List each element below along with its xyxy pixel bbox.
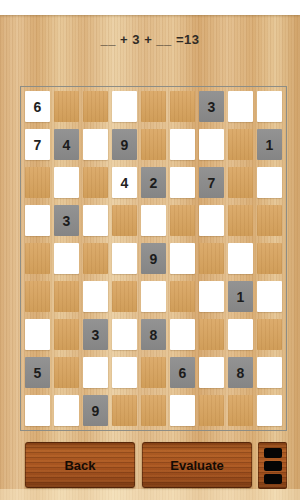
cell-r4c1[interactable] [25,205,50,236]
cell-r9c5 [141,395,166,426]
cell-r5c1 [25,243,50,274]
menu-button[interactable] [258,442,287,489]
cell-r3c1 [25,167,50,198]
cell-r1c5 [141,91,166,122]
cell-r1c3 [83,91,108,122]
cell-r9c7 [199,395,224,426]
cell-r2c8 [228,129,253,160]
cell-r3c7[interactable]: 7 [199,167,224,198]
evaluate-button[interactable]: Evaluate [142,442,252,488]
cell-r1c7[interactable]: 3 [199,91,224,122]
cell-r8c3[interactable] [83,357,108,388]
cell-r6c4 [112,281,137,312]
cell-r2c7[interactable] [199,129,224,160]
cell-r7c1[interactable] [25,319,50,350]
cell-r9c9[interactable] [257,395,282,426]
cell-r4c8 [228,205,253,236]
cell-r7c3[interactable]: 3 [83,319,108,350]
cell-r6c2 [54,281,79,312]
cell-r3c4[interactable]: 4 [112,167,137,198]
cell-r6c7[interactable] [199,281,224,312]
cell-r3c2[interactable] [54,167,79,198]
cell-r3c6[interactable] [170,167,195,198]
cell-r3c3 [83,167,108,198]
board: 637491427391385689 [20,86,287,431]
cell-r7c7 [199,319,224,350]
cell-r9c6[interactable] [170,395,195,426]
bottom-edge-highlight [0,489,300,500]
cell-r3c5[interactable]: 2 [141,167,166,198]
cell-r1c8[interactable] [228,91,253,122]
cell-r9c3[interactable]: 9 [83,395,108,426]
cell-r6c8[interactable]: 1 [228,281,253,312]
cell-r5c6[interactable] [170,243,195,274]
cell-r2c4[interactable]: 9 [112,129,137,160]
cell-r4c9 [257,205,282,236]
cell-r8c5 [141,357,166,388]
cell-r1c2 [54,91,79,122]
cell-r6c6 [170,281,195,312]
cell-r6c1 [25,281,50,312]
cell-r5c9 [257,243,282,274]
cell-r2c1[interactable]: 7 [25,129,50,160]
cell-r7c2 [54,319,79,350]
cell-r8c7[interactable] [199,357,224,388]
menu-icon [264,448,282,458]
equation-text: __ + 3 + __ =13 [0,30,300,50]
cell-r4c2[interactable]: 3 [54,205,79,236]
cell-r5c4[interactable] [112,243,137,274]
cell-r6c5[interactable] [141,281,166,312]
cell-r4c3[interactable] [83,205,108,236]
cell-r8c1[interactable]: 5 [25,357,50,388]
cell-r2c5 [141,129,166,160]
cell-r9c4 [112,395,137,426]
cell-r2c6[interactable] [170,129,195,160]
cell-r1c4[interactable] [112,91,137,122]
cell-r6c9[interactable] [257,281,282,312]
cell-r8c6[interactable]: 6 [170,357,195,388]
cell-r5c3 [83,243,108,274]
cell-r9c2[interactable] [54,395,79,426]
cell-r4c7[interactable] [199,205,224,236]
cell-r3c9[interactable] [257,167,282,198]
cell-r8c8[interactable]: 8 [228,357,253,388]
cell-r5c7 [199,243,224,274]
cell-r1c9[interactable] [257,91,282,122]
menu-icon [264,461,282,471]
cell-r1c6 [170,91,195,122]
cell-r7c6[interactable] [170,319,195,350]
cell-r2c9[interactable]: 1 [257,129,282,160]
status-bar-area [0,0,300,15]
cell-r5c2[interactable] [54,243,79,274]
cell-r8c4[interactable] [112,357,137,388]
cell-r8c2 [54,357,79,388]
cell-r2c3[interactable] [83,129,108,160]
cell-r4c6 [170,205,195,236]
cell-r6c3[interactable] [83,281,108,312]
cell-r5c8[interactable] [228,243,253,274]
cell-r7c8[interactable] [228,319,253,350]
cell-r7c5[interactable]: 8 [141,319,166,350]
cell-r9c1[interactable] [25,395,50,426]
app-screen: __ + 3 + __ =13 637491427391385689 Back … [0,0,300,500]
cell-r1c1[interactable]: 6 [25,91,50,122]
cell-r8c9[interactable] [257,357,282,388]
cell-r4c5[interactable] [141,205,166,236]
cell-r7c9 [257,319,282,350]
cell-r5c5[interactable]: 9 [141,243,166,274]
cell-r7c4[interactable] [112,319,137,350]
back-button[interactable]: Back [25,442,135,488]
menu-icon [264,474,282,484]
cell-r2c2[interactable]: 4 [54,129,79,160]
cell-r3c8 [228,167,253,198]
cell-r4c4 [112,205,137,236]
cell-r9c8 [228,395,253,426]
